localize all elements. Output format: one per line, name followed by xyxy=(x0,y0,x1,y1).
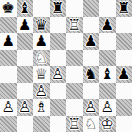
black-queen[interactable]: ♛ xyxy=(33,17,50,34)
square-g4[interactable]: ♝ xyxy=(99,66,116,83)
square-a5[interactable] xyxy=(0,50,17,67)
square-e4[interactable] xyxy=(66,66,83,83)
square-f3[interactable] xyxy=(83,83,100,100)
square-d5[interactable] xyxy=(50,50,67,67)
square-e3[interactable] xyxy=(66,83,83,100)
square-b5[interactable] xyxy=(17,50,34,67)
white-pawn[interactable]: ♙ xyxy=(33,83,50,100)
white-rook[interactable]: ♖ xyxy=(66,116,83,133)
square-a8[interactable]: ♚ xyxy=(0,0,17,17)
white-bishop[interactable]: ♗ xyxy=(33,99,50,116)
square-c6[interactable]: ♟ xyxy=(33,33,50,50)
square-h4[interactable]: ♟ xyxy=(116,66,133,83)
square-c3[interactable]: ♟♙ xyxy=(33,83,50,100)
chess-board: ♚♝♜♜♟♛♜♖♟♟♟♟♞♘♛♕♟♙♞♝♟♟♙♟♙♟♙♝♗♟♙♟♙♜♖♞♘♚♔ xyxy=(0,0,132,132)
black-king[interactable]: ♚ xyxy=(0,0,17,17)
square-c4[interactable]: ♛♕ xyxy=(33,66,50,83)
white-rook[interactable]: ♖ xyxy=(66,17,83,34)
square-h5[interactable] xyxy=(116,50,133,67)
square-g1[interactable]: ♚♔ xyxy=(99,116,116,133)
square-g2[interactable]: ♟♙ xyxy=(99,99,116,116)
square-h7[interactable] xyxy=(116,17,133,34)
square-e6[interactable] xyxy=(66,33,83,50)
black-pawn[interactable]: ♟ xyxy=(83,33,100,50)
square-d6[interactable] xyxy=(50,33,67,50)
square-a3[interactable] xyxy=(0,83,17,100)
square-e1[interactable]: ♜♖ xyxy=(66,116,83,133)
square-e8[interactable] xyxy=(66,0,83,17)
square-d7[interactable] xyxy=(50,17,67,34)
white-knight[interactable]: ♘ xyxy=(33,50,50,67)
square-b7[interactable]: ♟ xyxy=(17,17,34,34)
square-a2[interactable]: ♟♙ xyxy=(0,99,17,116)
square-b2[interactable]: ♟♙ xyxy=(17,99,34,116)
square-f4[interactable]: ♞ xyxy=(83,66,100,83)
square-c5[interactable]: ♞♘ xyxy=(33,50,50,67)
white-king[interactable]: ♔ xyxy=(99,116,116,133)
square-b1[interactable] xyxy=(17,116,34,133)
white-pawn[interactable]: ♙ xyxy=(99,99,116,116)
square-c2[interactable]: ♝♗ xyxy=(33,99,50,116)
square-d3[interactable] xyxy=(50,83,67,100)
square-h6[interactable] xyxy=(116,33,133,50)
black-pawn[interactable]: ♟ xyxy=(33,33,50,50)
square-f1[interactable]: ♞♘ xyxy=(83,116,100,133)
black-knight[interactable]: ♞ xyxy=(83,66,100,83)
square-a6[interactable]: ♟ xyxy=(0,33,17,50)
square-g7[interactable]: ♟ xyxy=(99,17,116,34)
square-f2[interactable]: ♟♙ xyxy=(83,99,100,116)
white-pawn[interactable]: ♙ xyxy=(17,99,34,116)
square-f8[interactable] xyxy=(83,0,100,17)
black-bishop[interactable]: ♝ xyxy=(17,0,34,17)
square-d2[interactable] xyxy=(50,99,67,116)
white-queen[interactable]: ♕ xyxy=(33,66,50,83)
square-c8[interactable] xyxy=(33,0,50,17)
black-pawn[interactable]: ♟ xyxy=(17,17,34,34)
square-g6[interactable] xyxy=(99,33,116,50)
square-a1[interactable] xyxy=(0,116,17,133)
white-pawn[interactable]: ♙ xyxy=(83,99,100,116)
square-f5[interactable] xyxy=(83,50,100,67)
square-b6[interactable] xyxy=(17,33,34,50)
square-c1[interactable] xyxy=(33,116,50,133)
square-e5[interactable] xyxy=(66,50,83,67)
square-g3[interactable] xyxy=(99,83,116,100)
square-h2[interactable] xyxy=(116,99,133,116)
square-d8[interactable]: ♜ xyxy=(50,0,67,17)
white-pawn[interactable]: ♙ xyxy=(0,99,17,116)
black-pawn[interactable]: ♟ xyxy=(0,33,17,50)
white-pawn[interactable]: ♙ xyxy=(50,66,67,83)
square-e2[interactable] xyxy=(66,99,83,116)
square-f6[interactable]: ♟ xyxy=(83,33,100,50)
black-bishop[interactable]: ♝ xyxy=(99,66,116,83)
square-e7[interactable]: ♜♖ xyxy=(66,17,83,34)
square-d4[interactable]: ♟♙ xyxy=(50,66,67,83)
square-h8[interactable]: ♜ xyxy=(116,0,133,17)
black-rook[interactable]: ♜ xyxy=(50,0,67,17)
square-c7[interactable]: ♛ xyxy=(33,17,50,34)
square-a4[interactable] xyxy=(0,66,17,83)
square-g8[interactable] xyxy=(99,0,116,17)
square-g5[interactable] xyxy=(99,50,116,67)
square-d1[interactable] xyxy=(50,116,67,133)
square-b3[interactable] xyxy=(17,83,34,100)
square-b8[interactable]: ♝ xyxy=(17,0,34,17)
square-h1[interactable] xyxy=(116,116,133,133)
square-a7[interactable] xyxy=(0,17,17,34)
black-rook[interactable]: ♜ xyxy=(116,0,133,17)
square-h3[interactable] xyxy=(116,83,133,100)
square-b4[interactable] xyxy=(17,66,34,83)
black-pawn[interactable]: ♟ xyxy=(116,66,133,83)
white-knight[interactable]: ♘ xyxy=(83,116,100,133)
black-pawn[interactable]: ♟ xyxy=(99,17,116,34)
square-f7[interactable] xyxy=(83,17,100,34)
